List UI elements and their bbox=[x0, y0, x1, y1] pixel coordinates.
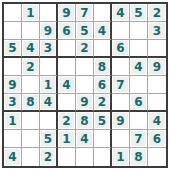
cell-r2c3[interactable]: 9 bbox=[40, 22, 58, 40]
cell-r6c1[interactable]: 3 bbox=[4, 94, 22, 112]
cell-r4c9[interactable]: 9 bbox=[148, 58, 166, 76]
cell-r5c6[interactable]: 6 bbox=[94, 76, 112, 94]
cell-r7c2[interactable] bbox=[22, 112, 40, 130]
cell-r9c8[interactable]: 8 bbox=[130, 148, 148, 166]
cell-r3c1[interactable]: 5 bbox=[4, 40, 22, 58]
cell-r4c5[interactable] bbox=[76, 58, 94, 76]
cell-r5c9[interactable] bbox=[148, 76, 166, 94]
cell-r1c8[interactable]: 5 bbox=[130, 4, 148, 22]
cell-r3c8[interactable] bbox=[130, 40, 148, 58]
cell-r6c6[interactable]: 2 bbox=[94, 94, 112, 112]
cell-r4c3[interactable] bbox=[40, 58, 58, 76]
cell-r1c7[interactable]: 4 bbox=[112, 4, 130, 22]
cell-r3c4[interactable] bbox=[58, 40, 76, 58]
cell-r7c5[interactable]: 8 bbox=[76, 112, 94, 130]
cell-r9c7[interactable]: 1 bbox=[112, 148, 130, 166]
cell-r5c7[interactable]: 7 bbox=[112, 76, 130, 94]
cell-r7c6[interactable]: 5 bbox=[94, 112, 112, 130]
cell-r2c5[interactable]: 5 bbox=[76, 22, 94, 40]
cell-r7c4[interactable]: 2 bbox=[58, 112, 76, 130]
cell-r1c1[interactable] bbox=[4, 4, 22, 22]
cell-r7c3[interactable] bbox=[40, 112, 58, 130]
cell-r9c3[interactable]: 2 bbox=[40, 148, 58, 166]
cell-r6c8[interactable]: 6 bbox=[130, 94, 148, 112]
cell-r7c7[interactable]: 9 bbox=[112, 112, 130, 130]
cell-r6c9[interactable] bbox=[148, 94, 166, 112]
cell-r2c8[interactable] bbox=[130, 22, 148, 40]
cell-r4c7[interactable] bbox=[112, 58, 130, 76]
cell-r1c4[interactable]: 9 bbox=[58, 4, 76, 22]
sudoku-board: 1974529654354326284991467384926128594514… bbox=[2, 2, 168, 168]
cell-r8c2[interactable] bbox=[22, 130, 40, 148]
cell-r1c9[interactable]: 2 bbox=[148, 4, 166, 22]
cell-r6c5[interactable]: 9 bbox=[76, 94, 94, 112]
cell-r3c9[interactable] bbox=[148, 40, 166, 58]
cell-r8c7[interactable] bbox=[112, 130, 130, 148]
cell-r5c8[interactable] bbox=[130, 76, 148, 94]
cell-r9c4[interactable] bbox=[58, 148, 76, 166]
cell-r8c3[interactable]: 5 bbox=[40, 130, 58, 148]
cell-r6c2[interactable]: 8 bbox=[22, 94, 40, 112]
cell-r9c1[interactable]: 4 bbox=[4, 148, 22, 166]
cell-r9c5[interactable] bbox=[76, 148, 94, 166]
cell-r8c1[interactable] bbox=[4, 130, 22, 148]
cell-r3c2[interactable]: 4 bbox=[22, 40, 40, 58]
cell-r2c9[interactable]: 3 bbox=[148, 22, 166, 40]
cell-r7c8[interactable] bbox=[130, 112, 148, 130]
cell-r5c4[interactable]: 4 bbox=[58, 76, 76, 94]
cell-r2c4[interactable]: 6 bbox=[58, 22, 76, 40]
cell-r1c3[interactable] bbox=[40, 4, 58, 22]
cell-r2c7[interactable] bbox=[112, 22, 130, 40]
cell-r6c7[interactable] bbox=[112, 94, 130, 112]
cell-r4c4[interactable] bbox=[58, 58, 76, 76]
cell-r4c2[interactable]: 2 bbox=[22, 58, 40, 76]
cell-r8c6[interactable] bbox=[94, 130, 112, 148]
cell-r9c9[interactable] bbox=[148, 148, 166, 166]
cell-r8c9[interactable]: 6 bbox=[148, 130, 166, 148]
cell-r3c7[interactable]: 6 bbox=[112, 40, 130, 58]
cell-r8c5[interactable]: 4 bbox=[76, 130, 94, 148]
cell-r7c1[interactable]: 1 bbox=[4, 112, 22, 130]
cell-r5c3[interactable]: 1 bbox=[40, 76, 58, 94]
cell-r1c5[interactable]: 7 bbox=[76, 4, 94, 22]
cell-r8c4[interactable]: 1 bbox=[58, 130, 76, 148]
cell-r3c5[interactable]: 2 bbox=[76, 40, 94, 58]
cell-r4c6[interactable]: 8 bbox=[94, 58, 112, 76]
cell-r5c2[interactable] bbox=[22, 76, 40, 94]
cell-r1c2[interactable]: 1 bbox=[22, 4, 40, 22]
cell-r4c8[interactable]: 4 bbox=[130, 58, 148, 76]
cell-r3c6[interactable] bbox=[94, 40, 112, 58]
cell-r9c2[interactable] bbox=[22, 148, 40, 166]
cell-r2c2[interactable] bbox=[22, 22, 40, 40]
cell-r6c3[interactable]: 4 bbox=[40, 94, 58, 112]
cell-r3c3[interactable]: 3 bbox=[40, 40, 58, 58]
cell-r1c6[interactable] bbox=[94, 4, 112, 22]
cell-r2c1[interactable] bbox=[4, 22, 22, 40]
cell-r7c9[interactable]: 4 bbox=[148, 112, 166, 130]
cell-r6c4[interactable] bbox=[58, 94, 76, 112]
cell-r5c5[interactable] bbox=[76, 76, 94, 94]
cell-r2c6[interactable]: 4 bbox=[94, 22, 112, 40]
cell-r9c6[interactable] bbox=[94, 148, 112, 166]
cell-r5c1[interactable]: 9 bbox=[4, 76, 22, 94]
cell-r8c8[interactable]: 7 bbox=[130, 130, 148, 148]
cell-r4c1[interactable] bbox=[4, 58, 22, 76]
